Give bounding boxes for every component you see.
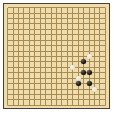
- go-board: [5, 5, 108, 108]
- intersection[interactable]: [103, 103, 108, 108]
- go-board-frame: [3, 3, 110, 109]
